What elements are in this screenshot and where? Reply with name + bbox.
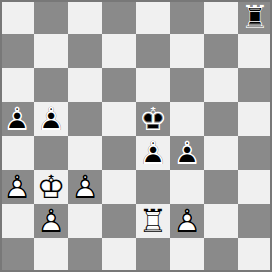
square-c7[interactable]: [68, 34, 102, 68]
piece-black-pawn: ♟♙: [170, 136, 204, 170]
square-g5[interactable]: [204, 102, 238, 136]
square-c6[interactable]: [68, 68, 102, 102]
square-h7[interactable]: [238, 34, 272, 68]
piece-white-pawn: ♟♙: [0, 170, 34, 204]
square-e5[interactable]: ♚♔: [136, 102, 170, 136]
square-b7[interactable]: [34, 34, 68, 68]
piece-outline-layer: ♙: [170, 204, 204, 238]
piece-outline-layer: ♔: [34, 170, 68, 204]
piece-outline-layer: ♔: [136, 102, 170, 136]
square-a3[interactable]: ♟♙: [0, 170, 34, 204]
square-g2[interactable]: [204, 204, 238, 238]
square-f7[interactable]: [170, 34, 204, 68]
square-a1[interactable]: [0, 238, 34, 272]
square-d5[interactable]: [102, 102, 136, 136]
square-a4[interactable]: [0, 136, 34, 170]
square-c1[interactable]: [68, 238, 102, 272]
piece-outline-layer: ♖: [136, 204, 170, 238]
square-a6[interactable]: [0, 68, 34, 102]
square-f4[interactable]: ♟♙: [170, 136, 204, 170]
square-h2[interactable]: [238, 204, 272, 238]
piece-outline-layer: ♙: [170, 136, 204, 170]
piece-outline-layer: ♙: [0, 102, 34, 136]
square-d2[interactable]: [102, 204, 136, 238]
square-d1[interactable]: [102, 238, 136, 272]
piece-black-pawn: ♟♙: [34, 102, 68, 136]
piece-outline-layer: ♙: [34, 204, 68, 238]
piece-white-pawn: ♟♙: [68, 170, 102, 204]
square-a2[interactable]: [0, 204, 34, 238]
square-e4[interactable]: ♟♙: [136, 136, 170, 170]
square-f1[interactable]: [170, 238, 204, 272]
square-a5[interactable]: ♟♙: [0, 102, 34, 136]
square-f6[interactable]: [170, 68, 204, 102]
square-e3[interactable]: [136, 170, 170, 204]
piece-outline-layer: ♖: [238, 0, 272, 34]
square-a8[interactable]: [0, 0, 34, 34]
piece-black-rook: ♜♖: [238, 0, 272, 34]
piece-outline-layer: ♙: [0, 170, 34, 204]
square-b5[interactable]: ♟♙: [34, 102, 68, 136]
square-h1[interactable]: [238, 238, 272, 272]
chess-board: ♜♖♟♙♟♙♚♔♟♙♟♙♟♙♚♔♟♙♟♙♜♖♟♙: [0, 0, 272, 272]
piece-black-pawn: ♟♙: [136, 136, 170, 170]
square-g8[interactable]: [204, 0, 238, 34]
square-c8[interactable]: [68, 0, 102, 34]
square-b6[interactable]: [34, 68, 68, 102]
piece-black-pawn: ♟♙: [0, 102, 34, 136]
square-f2[interactable]: ♟♙: [170, 204, 204, 238]
square-g4[interactable]: [204, 136, 238, 170]
square-c3[interactable]: ♟♙: [68, 170, 102, 204]
piece-outline-layer: ♙: [34, 102, 68, 136]
square-a7[interactable]: [0, 34, 34, 68]
square-d8[interactable]: [102, 0, 136, 34]
square-h4[interactable]: [238, 136, 272, 170]
piece-white-pawn: ♟♙: [34, 204, 68, 238]
square-g6[interactable]: [204, 68, 238, 102]
square-e2[interactable]: ♜♖: [136, 204, 170, 238]
piece-white-king: ♚♔: [34, 170, 68, 204]
square-h5[interactable]: [238, 102, 272, 136]
piece-white-pawn: ♟♙: [170, 204, 204, 238]
square-d7[interactable]: [102, 34, 136, 68]
square-e7[interactable]: [136, 34, 170, 68]
square-h8[interactable]: ♜♖: [238, 0, 272, 34]
square-c4[interactable]: [68, 136, 102, 170]
square-g1[interactable]: [204, 238, 238, 272]
square-g7[interactable]: [204, 34, 238, 68]
piece-outline-layer: ♙: [68, 170, 102, 204]
square-e6[interactable]: [136, 68, 170, 102]
square-b1[interactable]: [34, 238, 68, 272]
square-b2[interactable]: ♟♙: [34, 204, 68, 238]
square-h3[interactable]: [238, 170, 272, 204]
square-f8[interactable]: [170, 0, 204, 34]
square-e8[interactable]: [136, 0, 170, 34]
square-b8[interactable]: [34, 0, 68, 34]
piece-white-rook: ♜♖: [136, 204, 170, 238]
square-b3[interactable]: ♚♔: [34, 170, 68, 204]
square-d6[interactable]: [102, 68, 136, 102]
piece-outline-layer: ♙: [136, 136, 170, 170]
square-f3[interactable]: [170, 170, 204, 204]
chess-board-grid: ♜♖♟♙♟♙♚♔♟♙♟♙♟♙♚♔♟♙♟♙♜♖♟♙: [0, 0, 272, 272]
piece-black-king: ♚♔: [136, 102, 170, 136]
square-f5[interactable]: [170, 102, 204, 136]
square-d3[interactable]: [102, 170, 136, 204]
square-e1[interactable]: [136, 238, 170, 272]
square-g3[interactable]: [204, 170, 238, 204]
square-h6[interactable]: [238, 68, 272, 102]
square-c2[interactable]: [68, 204, 102, 238]
square-b4[interactable]: [34, 136, 68, 170]
square-c5[interactable]: [68, 102, 102, 136]
square-d4[interactable]: [102, 136, 136, 170]
